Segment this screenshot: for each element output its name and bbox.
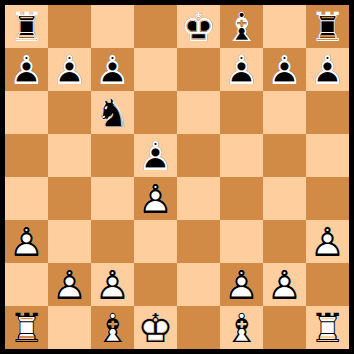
square-c5[interactable] <box>91 134 134 177</box>
white-pawn: ♟︎♙︎ <box>134 177 177 220</box>
square-f1[interactable]: ♝︎♗︎ <box>220 306 263 349</box>
board-frame: ♜︎♖︎♚︎♔︎♝︎♗︎♜︎♖︎♟︎♙︎♟︎♙︎♟︎♙︎♟︎♙︎♟︎♙︎♟︎♙︎… <box>0 0 354 354</box>
square-b1[interactable] <box>48 306 91 349</box>
square-h1[interactable]: ♜︎♖︎ <box>306 306 349 349</box>
square-d5[interactable]: ♟︎♙︎ <box>134 134 177 177</box>
black-pawn-outline: ♙︎ <box>306 48 349 91</box>
square-f4[interactable] <box>220 177 263 220</box>
square-d1[interactable]: ♚︎♔︎ <box>134 306 177 349</box>
square-b6[interactable] <box>48 91 91 134</box>
square-d7[interactable] <box>134 48 177 91</box>
black-rook-outline: ♖︎ <box>5 5 48 48</box>
square-h3[interactable]: ♟︎♙︎ <box>306 220 349 263</box>
square-f3[interactable] <box>220 220 263 263</box>
square-d3[interactable] <box>134 220 177 263</box>
black-bishop: ♝︎♗︎ <box>220 5 263 48</box>
square-g6[interactable] <box>263 91 306 134</box>
square-c4[interactable] <box>91 177 134 220</box>
white-pawn: ♟︎♙︎ <box>5 220 48 263</box>
square-f6[interactable] <box>220 91 263 134</box>
chess-board: ♜︎♖︎♚︎♔︎♝︎♗︎♜︎♖︎♟︎♙︎♟︎♙︎♟︎♙︎♟︎♙︎♟︎♙︎♟︎♙︎… <box>5 5 349 349</box>
white-pawn: ♟︎♙︎ <box>263 263 306 306</box>
square-g3[interactable] <box>263 220 306 263</box>
square-b3[interactable] <box>48 220 91 263</box>
square-c8[interactable] <box>91 5 134 48</box>
square-e1[interactable] <box>177 306 220 349</box>
white-bishop-outline: ♗︎ <box>220 306 263 349</box>
square-e8[interactable]: ♚︎♔︎ <box>177 5 220 48</box>
black-knight: ♞︎♘︎ <box>91 91 134 134</box>
square-e7[interactable] <box>177 48 220 91</box>
square-h7[interactable]: ♟︎♙︎ <box>306 48 349 91</box>
black-king: ♚︎♔︎ <box>177 5 220 48</box>
square-c6[interactable]: ♞︎♘︎ <box>91 91 134 134</box>
square-b7[interactable]: ♟︎♙︎ <box>48 48 91 91</box>
square-c1[interactable]: ♝︎♗︎ <box>91 306 134 349</box>
black-bishop-outline: ♗︎ <box>220 5 263 48</box>
square-a2[interactable] <box>5 263 48 306</box>
square-b4[interactable] <box>48 177 91 220</box>
black-pawn-outline: ♙︎ <box>48 48 91 91</box>
white-pawn: ♟︎♙︎ <box>306 220 349 263</box>
square-h4[interactable] <box>306 177 349 220</box>
white-rook: ♜︎♖︎ <box>5 306 48 349</box>
square-b5[interactable] <box>48 134 91 177</box>
black-pawn-outline: ♙︎ <box>263 48 306 91</box>
square-d4[interactable]: ♟︎♙︎ <box>134 177 177 220</box>
square-e3[interactable] <box>177 220 220 263</box>
square-h6[interactable] <box>306 91 349 134</box>
square-c2[interactable]: ♟︎♙︎ <box>91 263 134 306</box>
square-a1[interactable]: ♜︎♖︎ <box>5 306 48 349</box>
square-f8[interactable]: ♝︎♗︎ <box>220 5 263 48</box>
square-a5[interactable] <box>5 134 48 177</box>
square-e4[interactable] <box>177 177 220 220</box>
black-rook-outline: ♖︎ <box>306 5 349 48</box>
black-knight-outline: ♘︎ <box>91 91 134 134</box>
white-king: ♚︎♔︎ <box>134 306 177 349</box>
white-pawn-outline: ♙︎ <box>91 263 134 306</box>
black-pawn-outline: ♙︎ <box>91 48 134 91</box>
black-pawn: ♟︎♙︎ <box>263 48 306 91</box>
black-pawn: ♟︎♙︎ <box>91 48 134 91</box>
white-pawn: ♟︎♙︎ <box>48 263 91 306</box>
square-g7[interactable]: ♟︎♙︎ <box>263 48 306 91</box>
square-f2[interactable]: ♟︎♙︎ <box>220 263 263 306</box>
square-a6[interactable] <box>5 91 48 134</box>
square-f7[interactable]: ♟︎♙︎ <box>220 48 263 91</box>
black-pawn-outline: ♙︎ <box>134 134 177 177</box>
white-bishop: ♝︎♗︎ <box>91 306 134 349</box>
square-d6[interactable] <box>134 91 177 134</box>
square-a8[interactable]: ♜︎♖︎ <box>5 5 48 48</box>
black-pawn: ♟︎♙︎ <box>220 48 263 91</box>
white-bishop: ♝︎♗︎ <box>220 306 263 349</box>
white-pawn-outline: ♙︎ <box>5 220 48 263</box>
black-pawn: ♟︎♙︎ <box>5 48 48 91</box>
square-a7[interactable]: ♟︎♙︎ <box>5 48 48 91</box>
square-c7[interactable]: ♟︎♙︎ <box>91 48 134 91</box>
square-h8[interactable]: ♜︎♖︎ <box>306 5 349 48</box>
white-pawn: ♟︎♙︎ <box>91 263 134 306</box>
white-pawn-outline: ♙︎ <box>48 263 91 306</box>
square-d2[interactable] <box>134 263 177 306</box>
square-a3[interactable]: ♟︎♙︎ <box>5 220 48 263</box>
black-king-outline: ♔︎ <box>177 5 220 48</box>
black-pawn-outline: ♙︎ <box>220 48 263 91</box>
square-f5[interactable] <box>220 134 263 177</box>
black-pawn: ♟︎♙︎ <box>134 134 177 177</box>
white-rook-outline: ♖︎ <box>5 306 48 349</box>
black-pawn-outline: ♙︎ <box>5 48 48 91</box>
white-pawn: ♟︎♙︎ <box>220 263 263 306</box>
white-king-outline: ♔︎ <box>134 306 177 349</box>
square-e6[interactable] <box>177 91 220 134</box>
white-pawn-outline: ♙︎ <box>306 220 349 263</box>
white-pawn-outline: ♙︎ <box>220 263 263 306</box>
square-a4[interactable] <box>5 177 48 220</box>
square-g8[interactable] <box>263 5 306 48</box>
square-b8[interactable] <box>48 5 91 48</box>
black-pawn: ♟︎♙︎ <box>48 48 91 91</box>
square-g2[interactable]: ♟︎♙︎ <box>263 263 306 306</box>
square-h2[interactable] <box>306 263 349 306</box>
white-rook-outline: ♖︎ <box>306 306 349 349</box>
square-e2[interactable] <box>177 263 220 306</box>
black-rook: ♜︎♖︎ <box>306 5 349 48</box>
square-h5[interactable] <box>306 134 349 177</box>
white-rook: ♜︎♖︎ <box>306 306 349 349</box>
white-pawn-outline: ♙︎ <box>134 177 177 220</box>
square-c3[interactable] <box>91 220 134 263</box>
square-e5[interactable] <box>177 134 220 177</box>
white-bishop-outline: ♗︎ <box>91 306 134 349</box>
square-g4[interactable] <box>263 177 306 220</box>
square-g1[interactable] <box>263 306 306 349</box>
black-rook: ♜︎♖︎ <box>5 5 48 48</box>
square-b2[interactable]: ♟︎♙︎ <box>48 263 91 306</box>
square-g5[interactable] <box>263 134 306 177</box>
black-pawn: ♟︎♙︎ <box>306 48 349 91</box>
square-d8[interactable] <box>134 5 177 48</box>
white-pawn-outline: ♙︎ <box>263 263 306 306</box>
